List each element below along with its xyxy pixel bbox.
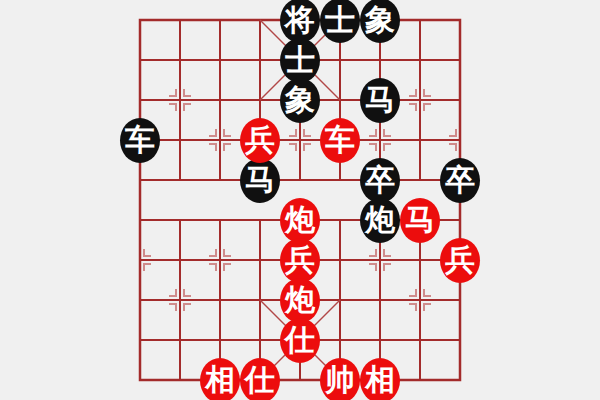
board-point-3-4: 马 <box>240 160 280 200</box>
piece-red-chariot[interactable]: 车 <box>320 118 360 163</box>
piece-black-cannon[interactable]: 炮 <box>360 198 400 243</box>
board-point-7-5: 马 <box>400 200 440 240</box>
pieces-layer[interactable]: 将士象士象马车马卒卒炮兵车炮马兵兵炮仕相仕帅相 <box>120 0 480 400</box>
board-point-4-5: 炮 <box>280 200 320 240</box>
board-point-6-9: 相 <box>360 360 400 400</box>
board-point-0-3: 车 <box>120 120 160 160</box>
piece-red-advisor[interactable]: 仕 <box>280 318 320 363</box>
board-point-3-9: 仕 <box>240 360 280 400</box>
board-point-6-0: 象 <box>360 0 400 40</box>
piece-black-soldier[interactable]: 卒 <box>360 158 400 203</box>
board-point-8-6: 兵 <box>440 240 480 280</box>
piece-red-king[interactable]: 帅 <box>320 358 360 400</box>
board-point-6-4: 卒 <box>360 160 400 200</box>
piece-black-horse[interactable]: 马 <box>240 158 280 203</box>
piece-red-soldier[interactable]: 兵 <box>440 238 480 283</box>
piece-black-elephant[interactable]: 象 <box>360 0 400 43</box>
xiangqi-app: 将士象士象马车马卒卒炮兵车炮马兵兵炮仕相仕帅相 <box>0 0 600 400</box>
piece-red-cannon[interactable]: 炮 <box>280 198 320 243</box>
board-point-6-2: 马 <box>360 80 400 120</box>
piece-red-soldier[interactable]: 兵 <box>280 238 320 283</box>
board-point-5-0: 士 <box>320 0 360 40</box>
piece-black-chariot[interactable]: 车 <box>120 118 160 163</box>
board-point-4-7: 炮 <box>280 280 320 320</box>
board-point-4-8: 仕 <box>280 320 320 360</box>
piece-red-soldier[interactable]: 兵 <box>240 118 280 163</box>
piece-red-advisor[interactable]: 仕 <box>240 358 280 400</box>
board-point-5-3: 车 <box>320 120 360 160</box>
piece-black-elephant[interactable]: 象 <box>280 78 320 123</box>
piece-red-elephant[interactable]: 相 <box>360 358 400 400</box>
piece-red-horse[interactable]: 马 <box>400 198 440 243</box>
board-point-5-9: 帅 <box>320 360 360 400</box>
piece-black-horse[interactable]: 马 <box>360 78 400 123</box>
board-point-4-0: 将 <box>280 0 320 40</box>
board-point-4-2: 象 <box>280 80 320 120</box>
board-point-6-5: 炮 <box>360 200 400 240</box>
piece-red-cannon[interactable]: 炮 <box>280 278 320 323</box>
piece-black-king[interactable]: 将 <box>280 0 320 43</box>
piece-red-elephant[interactable]: 相 <box>200 358 240 400</box>
piece-black-soldier[interactable]: 卒 <box>440 158 480 203</box>
piece-black-advisor[interactable]: 士 <box>280 38 320 83</box>
piece-black-advisor[interactable]: 士 <box>320 0 360 43</box>
board-point-8-4: 卒 <box>440 160 480 200</box>
board-point-4-6: 兵 <box>280 240 320 280</box>
board-point-4-1: 士 <box>280 40 320 80</box>
board-point-3-3: 兵 <box>240 120 280 160</box>
board-point-2-9: 相 <box>200 360 240 400</box>
